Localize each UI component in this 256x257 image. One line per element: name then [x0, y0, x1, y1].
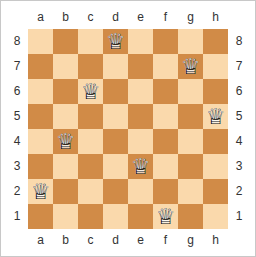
white-queen-outline-glyph: ♕ [178, 54, 203, 79]
rank-label-1-left: 1 [6, 204, 28, 229]
square-b1[interactable] [53, 204, 78, 229]
rank-label-7-right: 7 [228, 54, 250, 79]
square-d6[interactable] [103, 79, 128, 104]
white-queen-outline-glyph: ♕ [103, 29, 128, 54]
square-b4[interactable]: ♛♕ [53, 129, 78, 154]
white-queen-outline-glyph: ♕ [128, 154, 153, 179]
square-f3[interactable] [153, 154, 178, 179]
white-queen[interactable]: ♛♕ [203, 104, 228, 129]
square-d3[interactable] [103, 154, 128, 179]
square-e5[interactable] [128, 104, 153, 129]
white-queen-outline-glyph: ♕ [153, 204, 178, 229]
square-d8[interactable]: ♛♕ [103, 29, 128, 54]
square-h7[interactable] [203, 54, 228, 79]
square-a5[interactable] [28, 104, 53, 129]
square-g7[interactable]: ♛♕ [178, 54, 203, 79]
file-label-f-top: f [153, 6, 178, 29]
square-c2[interactable] [78, 179, 103, 204]
square-e2[interactable] [128, 179, 153, 204]
square-e6[interactable] [128, 79, 153, 104]
square-c1[interactable] [78, 204, 103, 229]
corner-top-left [6, 6, 28, 29]
square-b8[interactable] [53, 29, 78, 54]
white-queen[interactable]: ♛♕ [153, 204, 178, 229]
white-queen[interactable]: ♛♕ [78, 79, 103, 104]
file-label-c-top: c [78, 6, 103, 29]
square-d2[interactable] [103, 179, 128, 204]
white-queen[interactable]: ♛♕ [53, 129, 78, 154]
file-label-a-bottom: a [28, 229, 53, 252]
square-a1[interactable] [28, 204, 53, 229]
rank-label-5-right: 5 [228, 104, 250, 129]
rank-label-4-left: 4 [6, 129, 28, 154]
square-e7[interactable] [128, 54, 153, 79]
square-c8[interactable] [78, 29, 103, 54]
white-queen-outline-glyph: ♕ [28, 179, 53, 204]
rank-label-3-right: 3 [228, 154, 250, 179]
square-a2[interactable]: ♛♕ [28, 179, 53, 204]
square-f7[interactable] [153, 54, 178, 79]
corner-bottom-right [228, 229, 250, 252]
file-label-g-bottom: g [178, 229, 203, 252]
square-c3[interactable] [78, 154, 103, 179]
rank-label-2-left: 2 [6, 179, 28, 204]
square-h6[interactable] [203, 79, 228, 104]
file-label-e-top: e [128, 6, 153, 29]
rank-label-6-left: 6 [6, 79, 28, 104]
corner-top-right [228, 6, 250, 29]
square-d1[interactable] [103, 204, 128, 229]
square-h1[interactable] [203, 204, 228, 229]
file-label-b-top: b [53, 6, 78, 29]
file-label-c-bottom: c [78, 229, 103, 252]
file-label-h-top: h [203, 6, 228, 29]
chessboard: abcdefgh8♛♕87♛♕76♛♕65♛♕54♛♕43♛♕32♛♕21♛♕1… [6, 6, 250, 252]
square-g2[interactable] [178, 179, 203, 204]
square-e4[interactable] [128, 129, 153, 154]
square-e1[interactable] [128, 204, 153, 229]
square-e3[interactable]: ♛♕ [128, 154, 153, 179]
square-e8[interactable] [128, 29, 153, 54]
square-f4[interactable] [153, 129, 178, 154]
square-a3[interactable] [28, 154, 53, 179]
rank-label-6-right: 6 [228, 79, 250, 104]
white-queen-outline-glyph: ♕ [53, 129, 78, 154]
square-c5[interactable] [78, 104, 103, 129]
white-queen[interactable]: ♛♕ [128, 154, 153, 179]
file-label-d-top: d [103, 6, 128, 29]
square-h3[interactable] [203, 154, 228, 179]
rank-label-5-left: 5 [6, 104, 28, 129]
square-g6[interactable] [178, 79, 203, 104]
file-label-e-bottom: e [128, 229, 153, 252]
chessboard-diagram: abcdefgh8♛♕87♛♕76♛♕65♛♕54♛♕43♛♕32♛♕21♛♕1… [0, 0, 256, 257]
square-f8[interactable] [153, 29, 178, 54]
square-f6[interactable] [153, 79, 178, 104]
square-g1[interactable] [178, 204, 203, 229]
corner-bottom-left [6, 229, 28, 252]
rank-label-1-right: 1 [228, 204, 250, 229]
file-label-b-bottom: b [53, 229, 78, 252]
square-c4[interactable] [78, 129, 103, 154]
rank-label-8-left: 8 [6, 29, 28, 54]
square-c6[interactable]: ♛♕ [78, 79, 103, 104]
square-a4[interactable] [28, 129, 53, 154]
square-f2[interactable] [153, 179, 178, 204]
white-queen[interactable]: ♛♕ [103, 29, 128, 54]
rank-label-3-left: 3 [6, 154, 28, 179]
square-g4[interactable] [178, 129, 203, 154]
square-b6[interactable] [53, 79, 78, 104]
square-a8[interactable] [28, 29, 53, 54]
square-d4[interactable] [103, 129, 128, 154]
white-queen[interactable]: ♛♕ [28, 179, 53, 204]
square-a7[interactable] [28, 54, 53, 79]
square-g8[interactable] [178, 29, 203, 54]
file-label-h-bottom: h [203, 229, 228, 252]
square-b7[interactable] [53, 54, 78, 79]
rank-label-8-right: 8 [228, 29, 250, 54]
file-label-a-top: a [28, 6, 53, 29]
square-a6[interactable] [28, 79, 53, 104]
square-d5[interactable] [103, 104, 128, 129]
square-g3[interactable] [178, 154, 203, 179]
square-g5[interactable] [178, 104, 203, 129]
white-queen[interactable]: ♛♕ [178, 54, 203, 79]
square-h8[interactable] [203, 29, 228, 54]
rank-label-4-right: 4 [228, 129, 250, 154]
square-b5[interactable] [53, 104, 78, 129]
square-b3[interactable] [53, 154, 78, 179]
square-f1[interactable]: ♛♕ [153, 204, 178, 229]
square-h2[interactable] [203, 179, 228, 204]
square-f5[interactable] [153, 104, 178, 129]
square-h5[interactable]: ♛♕ [203, 104, 228, 129]
file-label-f-bottom: f [153, 229, 178, 252]
file-label-d-bottom: d [103, 229, 128, 252]
square-d7[interactable] [103, 54, 128, 79]
file-label-g-top: g [178, 6, 203, 29]
square-c7[interactable] [78, 54, 103, 79]
white-queen-outline-glyph: ♕ [78, 79, 103, 104]
square-h4[interactable] [203, 129, 228, 154]
rank-label-7-left: 7 [6, 54, 28, 79]
square-b2[interactable] [53, 179, 78, 204]
rank-label-2-right: 2 [228, 179, 250, 204]
white-queen-outline-glyph: ♕ [203, 104, 228, 129]
